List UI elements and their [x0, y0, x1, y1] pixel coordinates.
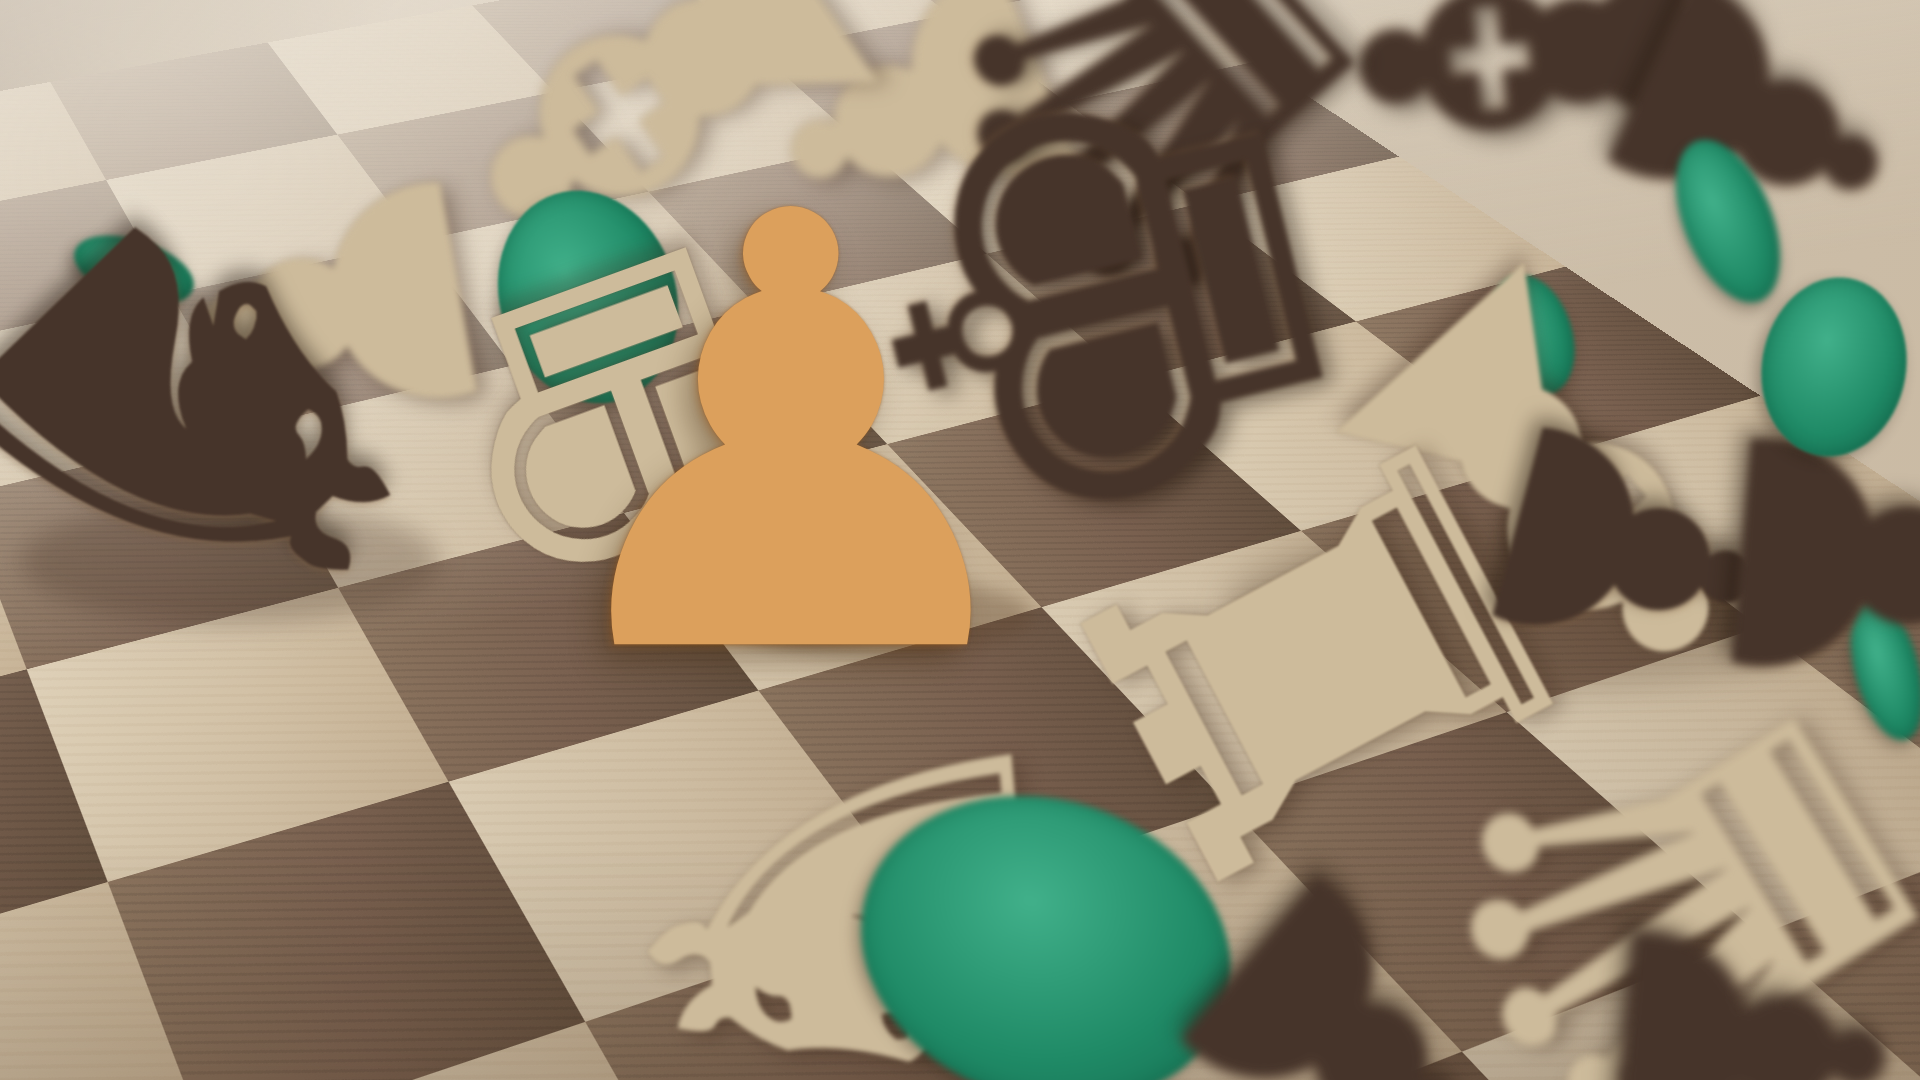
- fallen-black-pawn-front2: ♟: [1554, 871, 1920, 1080]
- standing-white-pawn: ♟: [522, 137, 1060, 737]
- chess-photo-scene: ♟♚♝♟♟♞♛♚♝♟♜♝♟♟♞♛♟♟: [0, 0, 1920, 1080]
